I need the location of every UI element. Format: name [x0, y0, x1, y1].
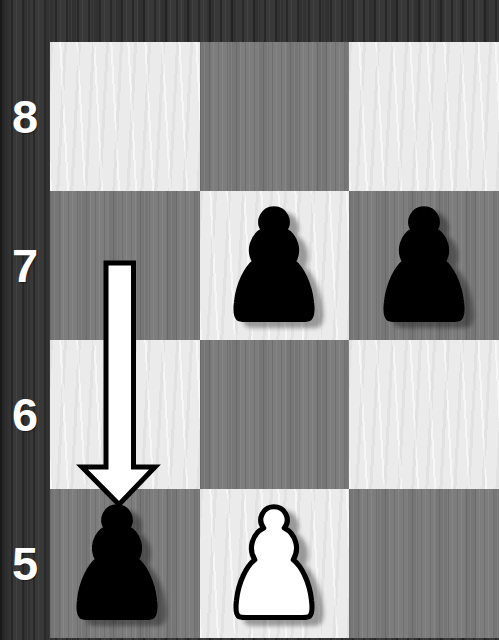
square-a8[interactable]: [50, 42, 200, 191]
square-a6[interactable]: [50, 340, 200, 489]
square-a7[interactable]: [50, 191, 200, 340]
rank-label-6: 6: [0, 340, 50, 489]
square-a5[interactable]: [50, 489, 200, 638]
chess-diagram: 8 7 6 5: [0, 0, 499, 640]
chess-board: [50, 42, 499, 638]
square-b8[interactable]: [200, 42, 350, 191]
black-pawn-b7[interactable]: [227, 205, 321, 327]
rank-label-7: 7: [0, 191, 50, 340]
square-c5[interactable]: [349, 489, 499, 638]
square-b7[interactable]: [200, 191, 350, 340]
square-b6[interactable]: [200, 340, 350, 489]
rank-label-8: 8: [0, 42, 50, 191]
rank-label-5: 5: [0, 489, 50, 638]
square-c7[interactable]: [349, 191, 499, 340]
black-pawn-a5[interactable]: [70, 503, 164, 625]
white-pawn-b5[interactable]: [227, 503, 321, 625]
black-pawn-c7[interactable]: [377, 205, 471, 327]
square-c8[interactable]: [349, 42, 499, 191]
square-b5[interactable]: [200, 489, 350, 638]
square-c6[interactable]: [349, 340, 499, 489]
